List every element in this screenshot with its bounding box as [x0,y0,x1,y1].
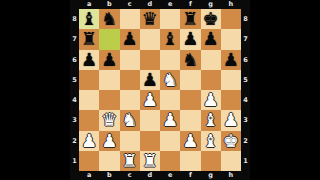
square-a6[interactable]: ♟ [79,50,99,70]
square-h5[interactable] [221,70,241,90]
square-f1[interactable] [180,151,200,171]
black-pawn[interactable]: ♟ [101,49,117,69]
file-label-f: f [180,171,200,180]
square-e7[interactable]: ♝ [160,29,180,49]
file-label-a: a [79,171,99,180]
square-b6[interactable]: ♟ [99,50,119,70]
square-d8[interactable]: ♛ [140,9,160,29]
square-f6[interactable]: ♞ [180,50,200,70]
square-e3[interactable]: ♟ [160,110,180,130]
square-g6[interactable] [201,50,221,70]
black-bishop[interactable]: ♝ [162,29,178,49]
square-f4[interactable] [180,90,200,110]
file-label-h: h [221,171,241,180]
white-pawn[interactable]: ♟ [182,130,198,150]
black-pawn[interactable]: ♟ [203,29,219,49]
square-g7[interactable]: ♟ [201,29,221,49]
square-a8[interactable]: ♝ [79,9,99,29]
square-a3[interactable] [79,110,99,130]
square-e6[interactable] [160,50,180,70]
board-frame: abcdefgh 87654321 ♝♞♛♜♚♜♟♝♟♟♟♟♞♟♟♞♟♟♛♞♟♝… [70,0,250,180]
white-bishop[interactable]: ♝ [203,130,219,150]
square-f8[interactable]: ♜ [180,9,200,29]
black-bishop[interactable]: ♝ [81,9,97,29]
rank-label-2: 2 [241,131,250,151]
square-h2[interactable]: ♚ [221,131,241,151]
square-c8[interactable] [120,9,140,29]
square-d1[interactable]: ♜ [140,151,160,171]
rank-labels-right: 87654321 [241,9,250,171]
white-king[interactable]: ♚ [223,130,239,150]
rank-label-1: 1 [241,151,250,171]
square-f7[interactable]: ♟ [180,29,200,49]
square-d5[interactable]: ♟ [140,70,160,90]
chess-board[interactable]: ♝♞♛♜♚♜♟♝♟♟♟♟♞♟♟♞♟♟♛♞♟♝♟♟♟♟♝♚♜♜ [79,9,241,171]
square-c3[interactable]: ♞ [120,110,140,130]
square-e8[interactable] [160,9,180,29]
square-e1[interactable] [160,151,180,171]
black-knight[interactable]: ♞ [182,49,198,69]
square-g8[interactable]: ♚ [201,9,221,29]
white-knight[interactable]: ♞ [162,69,178,89]
square-c6[interactable] [120,50,140,70]
rank-label-8: 8 [70,9,79,29]
file-label-d: d [140,171,160,180]
square-b1[interactable] [99,151,119,171]
rank-label-3: 3 [241,110,250,130]
black-pawn[interactable]: ♟ [223,49,239,69]
rank-label-7: 7 [241,29,250,49]
black-queen[interactable]: ♛ [142,9,158,29]
square-c2[interactable] [120,131,140,151]
square-g3[interactable]: ♝ [201,110,221,130]
white-queen[interactable]: ♛ [101,110,117,130]
white-pawn[interactable]: ♟ [223,110,239,130]
white-rook[interactable]: ♜ [142,150,158,170]
square-g5[interactable] [201,70,221,90]
black-knight[interactable]: ♞ [101,9,117,29]
square-h6[interactable]: ♟ [221,50,241,70]
square-h7[interactable] [221,29,241,49]
square-f3[interactable] [180,110,200,130]
black-pawn[interactable]: ♟ [81,49,97,69]
square-c1[interactable]: ♜ [120,151,140,171]
black-king[interactable]: ♚ [203,9,219,29]
square-b3[interactable]: ♛ [99,110,119,130]
file-label-c: c [120,0,140,9]
square-c4[interactable] [120,90,140,110]
square-f2[interactable]: ♟ [180,131,200,151]
square-f5[interactable] [180,70,200,90]
file-label-g: g [201,171,221,180]
square-d6[interactable] [140,50,160,70]
square-e4[interactable] [160,90,180,110]
black-pawn[interactable]: ♟ [142,69,158,89]
square-b7[interactable] [99,29,119,49]
square-h3[interactable]: ♟ [221,110,241,130]
square-h4[interactable] [221,90,241,110]
square-d4[interactable]: ♟ [140,90,160,110]
square-c7[interactable]: ♟ [120,29,140,49]
rank-label-1: 1 [70,151,79,171]
rank-label-4: 4 [241,90,250,110]
white-bishop[interactable]: ♝ [203,110,219,130]
square-a4[interactable] [79,90,99,110]
square-c5[interactable] [120,70,140,90]
white-pawn[interactable]: ♟ [81,130,97,150]
rank-label-2: 2 [70,131,79,151]
white-pawn[interactable]: ♟ [203,90,219,110]
square-e2[interactable] [160,131,180,151]
square-h1[interactable] [221,151,241,171]
black-pawn[interactable]: ♟ [122,29,138,49]
white-pawn[interactable]: ♟ [142,90,158,110]
rank-label-3: 3 [70,110,79,130]
rank-labels-left: 87654321 [70,9,79,171]
square-g1[interactable] [201,151,221,171]
square-a5[interactable] [79,70,99,90]
rank-label-6: 6 [70,50,79,70]
square-b5[interactable] [99,70,119,90]
white-pawn[interactable]: ♟ [162,110,178,130]
square-d7[interactable] [140,29,160,49]
file-label-e: e [160,0,180,9]
square-a1[interactable] [79,151,99,171]
white-pawn[interactable]: ♟ [101,130,117,150]
rank-label-4: 4 [70,90,79,110]
file-labels-bottom: abcdefgh [70,171,250,180]
file-label-b: b [99,171,119,180]
square-b4[interactable] [99,90,119,110]
rank-label-7: 7 [70,29,79,49]
file-label-e: e [160,171,180,180]
black-rook[interactable]: ♜ [81,29,97,49]
rank-label-8: 8 [241,9,250,29]
rank-label-5: 5 [70,70,79,90]
rank-label-5: 5 [241,70,250,90]
file-label-c: c [120,171,140,180]
square-e5[interactable]: ♞ [160,70,180,90]
white-rook[interactable]: ♜ [122,150,138,170]
square-g2[interactable]: ♝ [201,131,221,151]
rank-label-6: 6 [241,50,250,70]
white-knight[interactable]: ♞ [122,110,138,130]
square-b8[interactable]: ♞ [99,9,119,29]
square-a2[interactable]: ♟ [79,131,99,151]
black-pawn[interactable]: ♟ [182,29,198,49]
square-b2[interactable]: ♟ [99,131,119,151]
square-d3[interactable] [140,110,160,130]
file-label-h: h [221,0,241,9]
black-rook[interactable]: ♜ [182,9,198,29]
square-g4[interactable]: ♟ [201,90,221,110]
square-a7[interactable]: ♜ [79,29,99,49]
square-h8[interactable] [221,9,241,29]
square-d2[interactable] [140,131,160,151]
